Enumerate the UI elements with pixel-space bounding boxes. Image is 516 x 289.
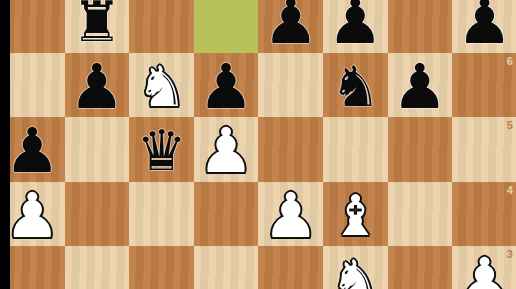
square-d4[interactable] <box>194 182 259 247</box>
square-h5[interactable]: 5 <box>452 117 516 182</box>
square-h7[interactable]: ♟7 <box>452 0 516 53</box>
square-e7[interactable]: ♟ <box>258 0 323 53</box>
chess-board-viewport: ♜♟♟♟7♟♞♟♞♟6♟♛♟5♟♟♝4♞♟3 <box>0 0 516 289</box>
square-f3[interactable]: ♞ <box>323 246 388 289</box>
white-knight[interactable]: ♞ <box>330 253 380 289</box>
square-f4[interactable]: ♝ <box>323 182 388 247</box>
rank-label-4: 4 <box>507 185 513 196</box>
square-e4[interactable]: ♟ <box>258 182 323 247</box>
square-b7[interactable]: ♜ <box>65 0 130 53</box>
square-e6[interactable] <box>258 53 323 118</box>
square-f5[interactable] <box>323 117 388 182</box>
square-g3[interactable] <box>388 246 453 289</box>
chess-board[interactable]: ♜♟♟♟7♟♞♟♞♟6♟♛♟5♟♟♝4♞♟3 <box>0 0 516 289</box>
square-g5[interactable] <box>388 117 453 182</box>
square-d3[interactable] <box>194 246 259 289</box>
rank-label-5: 5 <box>507 120 513 131</box>
black-queen[interactable]: ♛ <box>136 123 186 179</box>
square-g6[interactable]: ♟ <box>388 53 453 118</box>
square-b3[interactable] <box>65 246 130 289</box>
white-knight[interactable]: ♞ <box>136 59 186 115</box>
black-rook[interactable]: ♜ <box>72 0 122 50</box>
square-c5[interactable]: ♛ <box>129 117 194 182</box>
black-knight[interactable]: ♞ <box>330 59 380 115</box>
square-e3[interactable] <box>258 246 323 289</box>
square-d7[interactable] <box>194 0 259 53</box>
black-pawn[interactable]: ♟ <box>198 56 254 118</box>
square-h3[interactable]: ♟3 <box>452 246 516 289</box>
square-d6[interactable]: ♟ <box>194 53 259 118</box>
square-f6[interactable]: ♞ <box>323 53 388 118</box>
square-c7[interactable] <box>129 0 194 53</box>
white-bishop[interactable]: ♝ <box>330 188 380 244</box>
square-g4[interactable] <box>388 182 453 247</box>
square-c3[interactable] <box>129 246 194 289</box>
black-pawn[interactable]: ♟ <box>392 56 448 118</box>
square-e5[interactable] <box>258 117 323 182</box>
square-f7[interactable]: ♟ <box>323 0 388 53</box>
white-pawn[interactable]: ♟ <box>263 185 319 247</box>
square-c6[interactable]: ♞ <box>129 53 194 118</box>
white-pawn[interactable]: ♟ <box>457 250 513 289</box>
black-pawn[interactable]: ♟ <box>327 0 383 53</box>
square-h4[interactable]: 4 <box>452 182 516 247</box>
square-b4[interactable] <box>65 182 130 247</box>
black-pawn[interactable]: ♟ <box>263 0 319 53</box>
rank-label-3: 3 <box>507 249 513 260</box>
white-pawn[interactable]: ♟ <box>198 120 254 182</box>
black-pawn[interactable]: ♟ <box>69 56 125 118</box>
square-b5[interactable] <box>65 117 130 182</box>
black-pawn[interactable]: ♟ <box>5 120 61 182</box>
square-b6[interactable]: ♟ <box>65 53 130 118</box>
square-g7[interactable] <box>388 0 453 53</box>
square-c4[interactable] <box>129 182 194 247</box>
black-pawn[interactable]: ♟ <box>457 0 513 53</box>
square-h6[interactable]: 6 <box>452 53 516 118</box>
rank-label-6: 6 <box>507 56 513 67</box>
letterbox-bar-left <box>0 0 10 289</box>
square-d5[interactable]: ♟ <box>194 117 259 182</box>
white-pawn[interactable]: ♟ <box>5 185 61 247</box>
rank-label-7: 7 <box>507 0 513 2</box>
